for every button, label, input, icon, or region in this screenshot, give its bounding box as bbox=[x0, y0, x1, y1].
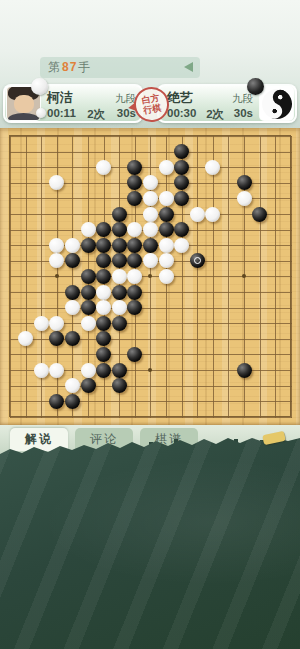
black-stone bbox=[65, 285, 80, 300]
white-stone bbox=[65, 238, 80, 253]
black-stone bbox=[237, 363, 252, 378]
black-stone bbox=[112, 253, 127, 268]
black-stone bbox=[112, 207, 127, 222]
player-white-name: 柯洁 bbox=[47, 89, 73, 107]
player-black-info: 绝艺 九段 00:30 2次 30s bbox=[167, 89, 253, 118]
white-stone bbox=[49, 238, 64, 253]
grid-line-v bbox=[260, 136, 261, 418]
black-stone bbox=[127, 160, 142, 175]
black-stone bbox=[96, 238, 111, 253]
move-indicator-bar: 第87手 bbox=[40, 57, 200, 78]
black-stone bbox=[190, 253, 205, 268]
player-card-black: 绝艺 九段 00:30 2次 30s bbox=[157, 84, 297, 123]
black-stone bbox=[96, 269, 111, 284]
grid-line-h bbox=[10, 386, 292, 387]
move-number-value: 87 bbox=[61, 60, 78, 74]
white-stone bbox=[159, 238, 174, 253]
black-stone bbox=[112, 378, 127, 393]
grid-line-h bbox=[10, 417, 292, 418]
black-stone bbox=[81, 269, 96, 284]
player-black-byoyomi-seconds: 30s bbox=[234, 107, 253, 122]
player-black-byoyomi-periods: 2次 bbox=[206, 107, 224, 122]
yin-yang-icon bbox=[260, 87, 293, 120]
white-stone bbox=[65, 378, 80, 393]
black-stone bbox=[96, 347, 111, 362]
black-stone bbox=[112, 238, 127, 253]
player-black-main-time: 00:30 bbox=[167, 107, 196, 122]
black-stone bbox=[81, 238, 96, 253]
move-number-label: 第87手 bbox=[48, 59, 91, 76]
black-stone bbox=[174, 160, 189, 175]
ink-speckles-decoration bbox=[0, 0, 2, 2]
black-stone bbox=[159, 207, 174, 222]
white-stone bbox=[159, 269, 174, 284]
player-black-name: 绝艺 bbox=[167, 89, 193, 107]
white-stone bbox=[49, 316, 64, 331]
white-stone bbox=[159, 191, 174, 206]
player-white-main-time: 00:11 bbox=[47, 107, 76, 122]
grid-line-v bbox=[275, 136, 276, 418]
white-stone bbox=[174, 238, 189, 253]
white-stone bbox=[205, 207, 220, 222]
white-stone-small-icon bbox=[36, 108, 46, 118]
black-stone bbox=[49, 394, 64, 409]
turn-seal-line2: 行棋 bbox=[143, 103, 162, 116]
grid-line-v bbox=[291, 136, 292, 418]
white-stone bbox=[49, 363, 64, 378]
white-stone bbox=[65, 300, 80, 315]
black-stone bbox=[237, 175, 252, 190]
collapse-arrow-button[interactable] bbox=[184, 62, 193, 72]
app-root: 第87手 高手对决 近在咫尺 柯洁 九段 00:11 2次 30s 白方 bbox=[0, 0, 300, 649]
black-stone bbox=[127, 238, 142, 253]
black-stone bbox=[252, 207, 267, 222]
black-stone bbox=[174, 191, 189, 206]
black-stone bbox=[112, 222, 127, 237]
white-stone-badge-icon bbox=[31, 78, 48, 95]
white-stone bbox=[159, 160, 174, 175]
white-stone bbox=[81, 316, 96, 331]
grid-line-v bbox=[228, 136, 229, 418]
avatar-shoulder bbox=[8, 113, 39, 120]
turn-seal-pointer bbox=[128, 103, 136, 112]
avatar-face bbox=[14, 95, 34, 113]
black-stone bbox=[112, 285, 127, 300]
player-black-rank: 九段 bbox=[232, 92, 253, 106]
banner-section bbox=[0, 438, 300, 649]
white-stone bbox=[143, 207, 158, 222]
go-board[interactable] bbox=[0, 128, 300, 425]
player-white-byoyomi-periods: 2次 bbox=[87, 107, 105, 122]
white-stone bbox=[34, 363, 49, 378]
black-stone bbox=[81, 378, 96, 393]
white-stone bbox=[96, 160, 111, 175]
black-stone bbox=[159, 222, 174, 237]
white-stone bbox=[143, 191, 158, 206]
grid-line-h bbox=[10, 354, 292, 355]
black-stone bbox=[96, 363, 111, 378]
white-stone bbox=[81, 363, 96, 378]
grid-line-h bbox=[10, 292, 292, 293]
white-stone bbox=[34, 316, 49, 331]
white-stone bbox=[81, 222, 96, 237]
white-stone bbox=[205, 160, 220, 175]
black-stone-badge-icon bbox=[247, 78, 264, 95]
white-stone bbox=[237, 191, 252, 206]
white-stone bbox=[159, 253, 174, 268]
black-stone bbox=[81, 285, 96, 300]
black-stone bbox=[112, 316, 127, 331]
grid-line-v bbox=[197, 136, 198, 418]
black-stone bbox=[143, 238, 158, 253]
player-black-avatar[interactable] bbox=[260, 87, 293, 120]
go-board-grid[interactable] bbox=[0, 128, 300, 425]
white-stone bbox=[190, 207, 205, 222]
black-stone bbox=[127, 285, 142, 300]
white-stone bbox=[96, 285, 111, 300]
white-stone bbox=[112, 300, 127, 315]
black-stone bbox=[81, 300, 96, 315]
white-stone bbox=[143, 222, 158, 237]
player-white-info: 柯洁 九段 00:11 2次 30s bbox=[47, 89, 136, 118]
grid-line-h bbox=[10, 308, 292, 309]
player-card-white: 高手对决 近在咫尺 柯洁 九段 00:11 2次 30s bbox=[3, 84, 143, 123]
white-stone bbox=[112, 269, 127, 284]
black-stone bbox=[112, 363, 127, 378]
grid-line-v bbox=[213, 136, 214, 418]
black-stone bbox=[65, 394, 80, 409]
black-stone bbox=[96, 316, 111, 331]
